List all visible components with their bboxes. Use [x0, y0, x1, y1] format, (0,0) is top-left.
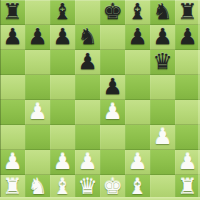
black-knight-piece: ♞ [78, 25, 98, 48]
square-f3[interactable] [125, 125, 150, 150]
square-f4[interactable] [125, 100, 150, 125]
square-g2[interactable] [150, 150, 175, 175]
black-pawn-piece: ♟ [153, 25, 173, 48]
black-rook-piece: ♜ [178, 0, 198, 23]
white-pawn-piece: ♟ [103, 100, 123, 123]
black-pawn-piece: ♟ [103, 75, 123, 98]
square-g4[interactable] [150, 100, 175, 125]
black-bishop-piece: ♝ [53, 0, 73, 23]
square-c4[interactable] [50, 100, 75, 125]
white-bishop-piece: ♝ [128, 175, 148, 198]
black-rook-piece: ♜ [3, 0, 23, 23]
black-queen-piece: ♛ [153, 50, 173, 73]
white-pawn-piece: ♟ [178, 150, 198, 173]
square-e3[interactable] [100, 125, 125, 150]
square-b6[interactable] [25, 50, 50, 75]
square-a7[interactable]: ♟ [0, 25, 25, 50]
square-h2[interactable]: ♟ [175, 150, 200, 175]
white-pawn-piece: ♟ [78, 150, 98, 173]
square-e7[interactable] [100, 25, 125, 50]
square-g1[interactable] [150, 175, 175, 200]
square-g3[interactable]: ♟ [150, 125, 175, 150]
square-c3[interactable] [50, 125, 75, 150]
black-bishop-piece: ♝ [128, 0, 148, 23]
square-a1[interactable]: ♜ [0, 175, 25, 200]
black-pawn-piece: ♟ [128, 25, 148, 48]
square-a4[interactable] [0, 100, 25, 125]
square-e4[interactable]: ♟ [100, 100, 125, 125]
square-h8[interactable]: ♜ [175, 0, 200, 25]
black-pawn-piece: ♟ [178, 25, 198, 48]
square-g5[interactable] [150, 75, 175, 100]
square-a3[interactable] [0, 125, 25, 150]
square-c7[interactable]: ♟ [50, 25, 75, 50]
white-bishop-piece: ♝ [53, 175, 73, 198]
black-pawn-piece: ♟ [28, 25, 48, 48]
square-d7[interactable]: ♞ [75, 25, 100, 50]
square-g8[interactable]: ♞ [150, 0, 175, 25]
white-queen-piece: ♛ [78, 175, 98, 198]
square-f8[interactable]: ♝ [125, 0, 150, 25]
square-b8[interactable] [25, 0, 50, 25]
square-g6[interactable]: ♛ [150, 50, 175, 75]
square-b7[interactable]: ♟ [25, 25, 50, 50]
square-d8[interactable] [75, 0, 100, 25]
white-pawn-piece: ♟ [153, 125, 173, 148]
square-a5[interactable] [0, 75, 25, 100]
square-a2[interactable]: ♟ [0, 150, 25, 175]
square-a6[interactable] [0, 50, 25, 75]
square-e1[interactable]: ♚ [100, 175, 125, 200]
square-f5[interactable] [125, 75, 150, 100]
square-d5[interactable] [75, 75, 100, 100]
square-f7[interactable]: ♟ [125, 25, 150, 50]
square-b3[interactable] [25, 125, 50, 150]
square-e5[interactable]: ♟ [100, 75, 125, 100]
black-pawn-piece: ♟ [3, 25, 23, 48]
square-h7[interactable]: ♟ [175, 25, 200, 50]
square-b5[interactable] [25, 75, 50, 100]
black-knight-piece: ♞ [153, 0, 173, 23]
square-f2[interactable]: ♟ [125, 150, 150, 175]
chess-board: ♜♝♚♝♞♜♟♟♟♞♟♟♟♟♛♟♟♟♟♟♟♟♟♟♜♞♝♛♚♝♜ [0, 0, 200, 200]
square-h5[interactable] [175, 75, 200, 100]
square-b2[interactable] [25, 150, 50, 175]
white-rook-piece: ♜ [3, 175, 23, 198]
square-f1[interactable]: ♝ [125, 175, 150, 200]
square-c1[interactable]: ♝ [50, 175, 75, 200]
square-h3[interactable] [175, 125, 200, 150]
square-d6[interactable]: ♟ [75, 50, 100, 75]
white-king-piece: ♚ [103, 175, 123, 198]
square-d4[interactable] [75, 100, 100, 125]
square-d2[interactable]: ♟ [75, 150, 100, 175]
square-d1[interactable]: ♛ [75, 175, 100, 200]
square-e6[interactable] [100, 50, 125, 75]
square-h1[interactable]: ♜ [175, 175, 200, 200]
black-king-piece: ♚ [103, 0, 123, 23]
square-c2[interactable]: ♟ [50, 150, 75, 175]
square-e8[interactable]: ♚ [100, 0, 125, 25]
square-g7[interactable]: ♟ [150, 25, 175, 50]
square-c8[interactable]: ♝ [50, 0, 75, 25]
square-h4[interactable] [175, 100, 200, 125]
white-pawn-piece: ♟ [28, 100, 48, 123]
white-knight-piece: ♞ [28, 175, 48, 198]
white-pawn-piece: ♟ [53, 150, 73, 173]
square-d3[interactable] [75, 125, 100, 150]
chess-board-container: ♜♝♚♝♞♜♟♟♟♞♟♟♟♟♛♟♟♟♟♟♟♟♟♟♜♞♝♛♚♝♜ [0, 0, 200, 200]
square-c5[interactable] [50, 75, 75, 100]
black-pawn-piece: ♟ [78, 50, 98, 73]
white-rook-piece: ♜ [178, 175, 198, 198]
square-e2[interactable] [100, 150, 125, 175]
square-c6[interactable] [50, 50, 75, 75]
white-pawn-piece: ♟ [3, 150, 23, 173]
white-pawn-piece: ♟ [128, 150, 148, 173]
black-pawn-piece: ♟ [53, 25, 73, 48]
square-a8[interactable]: ♜ [0, 0, 25, 25]
square-h6[interactable] [175, 50, 200, 75]
square-b4[interactable]: ♟ [25, 100, 50, 125]
square-f6[interactable] [125, 50, 150, 75]
square-b1[interactable]: ♞ [25, 175, 50, 200]
